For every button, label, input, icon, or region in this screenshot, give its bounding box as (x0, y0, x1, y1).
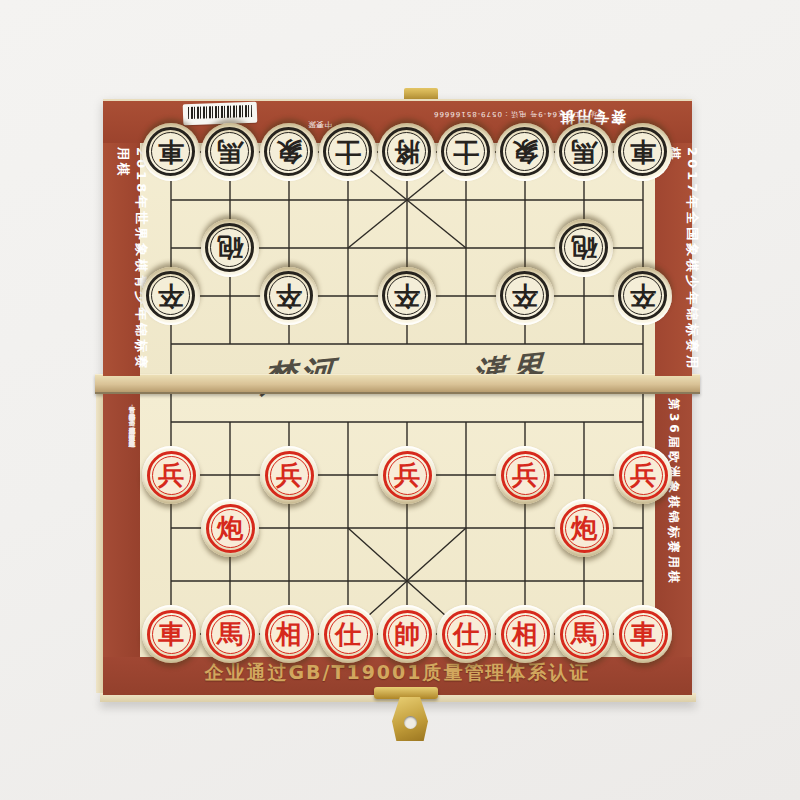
piece-red-horse[interactable]: 馬 (555, 605, 613, 663)
piece-glyph: 兵 (152, 456, 191, 495)
piece-black-elephant[interactable]: 象 (496, 123, 554, 181)
piece-glyph: 馬 (211, 615, 250, 654)
piece-red-elephant[interactable]: 相 (260, 605, 318, 663)
piece-black-advisor[interactable]: 士 (437, 123, 495, 181)
piece-glyph: 帥 (388, 615, 427, 654)
frame-top-info-text: 中要聚 (308, 119, 332, 130)
piece-glyph: 馬 (211, 133, 250, 172)
piece-black-soldier[interactable]: 卒 (142, 267, 200, 325)
piece-black-chariot[interactable]: 車 (614, 123, 672, 181)
piece-glyph: 兵 (624, 456, 663, 495)
piece-red-soldier[interactable]: 兵 (142, 446, 200, 504)
piece-glyph: 將 (388, 133, 427, 172)
piece-black-chariot[interactable]: 車 (142, 123, 200, 181)
piece-black-soldier[interactable]: 卒 (496, 267, 554, 325)
piece-glyph: 卒 (506, 277, 545, 316)
piece-black-horse[interactable]: 馬 (201, 123, 259, 181)
piece-black-cannon[interactable]: 砲 (201, 219, 259, 277)
piece-red-chariot[interactable]: 車 (614, 605, 672, 663)
piece-red-cannon[interactable]: 炮 (555, 499, 613, 557)
piece-red-advisor[interactable]: 仕 (319, 605, 377, 663)
barcode-sticker (183, 102, 258, 126)
piece-glyph: 炮 (211, 509, 250, 548)
piece-glyph: 象 (506, 133, 545, 172)
piece-glyph: 士 (447, 133, 486, 172)
piece-glyph: 車 (624, 615, 663, 654)
piece-glyph: 車 (152, 615, 191, 654)
piece-glyph: 炮 (565, 509, 604, 548)
piece-black-horse[interactable]: 馬 (555, 123, 613, 181)
piece-glyph: 馬 (565, 133, 604, 172)
piece-glyph: 仕 (447, 615, 486, 654)
piece-red-cannon[interactable]: 炮 (201, 499, 259, 557)
piece-glyph: 砲 (565, 229, 604, 268)
barcode-bars (188, 105, 252, 119)
piece-red-soldier[interactable]: 兵 (378, 446, 436, 504)
piece-black-cannon[interactable]: 砲 (555, 219, 613, 277)
brass-clasp-hole (404, 716, 417, 729)
piece-black-soldier[interactable]: 卒 (260, 267, 318, 325)
piece-glyph: 兵 (270, 456, 309, 495)
frame-text-national-youth: 2017年全国象棋少年锦标赛用棋 (665, 147, 701, 373)
piece-glyph: 士 (329, 133, 368, 172)
piece-black-soldier[interactable]: 卒 (378, 267, 436, 325)
piece-red-soldier[interactable]: 兵 (496, 446, 554, 504)
piece-glyph: 象 (270, 133, 309, 172)
piece-glyph: 車 (152, 133, 191, 172)
xiangqi-board: 楚河 漢界 中要聚 地址：工业区64-9号 电话：0579-85166666 赛… (103, 99, 692, 693)
frame-text-world-youth: 2018年世界象棋青少年锦标赛用棋 (114, 147, 150, 373)
piece-glyph: 卒 (388, 277, 427, 316)
piece-glyph: 兵 (388, 456, 427, 495)
piece-black-advisor[interactable]: 士 (319, 123, 377, 181)
piece-glyph: 卒 (152, 277, 191, 316)
piece-glyph: 相 (270, 615, 309, 654)
piece-black-general[interactable]: 將 (378, 123, 436, 181)
piece-red-elephant[interactable]: 相 (496, 605, 554, 663)
piece-glyph: 砲 (211, 229, 250, 268)
piece-black-elephant[interactable]: 象 (260, 123, 318, 181)
piece-black-soldier[interactable]: 卒 (614, 267, 672, 325)
frame-text-european-championship: 第36届欧洲象棋锦标赛用棋 (665, 398, 682, 654)
piece-red-soldier[interactable]: 兵 (614, 446, 672, 504)
piece-red-horse[interactable]: 馬 (201, 605, 259, 663)
piece-glyph: 兵 (506, 456, 545, 495)
piece-glyph: 仕 (329, 615, 368, 654)
piece-red-general[interactable]: 帥 (378, 605, 436, 663)
piece-red-advisor[interactable]: 仕 (437, 605, 495, 663)
piece-red-chariot[interactable]: 車 (142, 605, 200, 663)
piece-glyph: 馬 (565, 615, 604, 654)
piece-red-soldier[interactable]: 兵 (260, 446, 318, 504)
piece-glyph: 相 (506, 615, 545, 654)
frame-text-warning: 警告：本品内含小零件，不适合3岁以下儿童使用，谨防放入口中，以免发生意外。 (111, 401, 137, 651)
product-photo-background: 楚河 漢界 中要聚 地址：工业区64-9号 电话：0579-85166666 赛… (0, 0, 800, 800)
piece-glyph: 卒 (624, 277, 663, 316)
piece-glyph: 卒 (270, 277, 309, 316)
piece-glyph: 車 (624, 133, 663, 172)
fold-hinge-seam (95, 374, 700, 394)
